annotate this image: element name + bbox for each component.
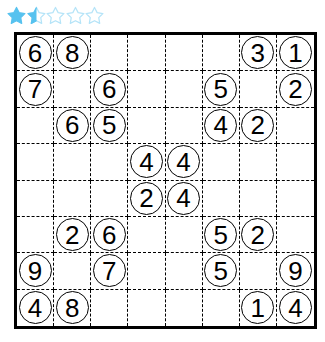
cell-r2c1: 7 — [17, 71, 54, 107]
cell-r1c7: 3 — [240, 35, 277, 71]
cell-r2c2[interactable] — [54, 71, 91, 107]
clue-circle: 4 — [130, 145, 163, 178]
board: 6831765265424424265297594814 — [14, 32, 317, 329]
cell-r3c8[interactable] — [277, 108, 314, 144]
cell-r8c5[interactable] — [166, 290, 203, 326]
cell-r2c6: 5 — [203, 71, 240, 107]
cell-r2c7[interactable] — [240, 71, 277, 107]
cell-r7c8: 9 — [277, 253, 314, 289]
clue-circle: 5 — [204, 218, 237, 251]
clue-circle: 5 — [204, 73, 237, 106]
cell-r1c6[interactable] — [203, 35, 240, 71]
cell-r3c5[interactable] — [166, 108, 203, 144]
difficulty-star-4-empty-icon — [66, 6, 85, 25]
clue-circle: 4 — [167, 182, 200, 215]
cell-r1c2: 8 — [54, 35, 91, 71]
cell-r4c1[interactable] — [17, 144, 54, 180]
cell-r8c4[interactable] — [128, 290, 165, 326]
clue-circle: 6 — [93, 73, 126, 106]
clue-circle: 6 — [56, 109, 89, 142]
cell-r4c5: 4 — [166, 144, 203, 180]
cell-r6c1[interactable] — [17, 217, 54, 253]
clue-circle: 1 — [241, 291, 274, 324]
cell-r6c6: 5 — [203, 217, 240, 253]
clue-circle: 2 — [241, 109, 274, 142]
cell-r2c5[interactable] — [166, 71, 203, 107]
cell-r7c5[interactable] — [166, 253, 203, 289]
cell-r7c7[interactable] — [240, 253, 277, 289]
cell-r6c3: 6 — [91, 217, 128, 253]
cell-r3c2: 6 — [54, 108, 91, 144]
cell-r2c4[interactable] — [128, 71, 165, 107]
clue-circle: 4 — [279, 291, 312, 324]
cell-r7c6: 5 — [203, 253, 240, 289]
cell-r4c2[interactable] — [54, 144, 91, 180]
clue-circle: 8 — [56, 291, 89, 324]
cell-r5c3[interactable] — [91, 181, 128, 217]
cell-r4c7[interactable] — [240, 144, 277, 180]
clue-circle: 4 — [204, 109, 237, 142]
cell-r4c4: 4 — [128, 144, 165, 180]
cell-r1c3[interactable] — [91, 35, 128, 71]
cell-r1c5[interactable] — [166, 35, 203, 71]
cell-r2c8: 2 — [277, 71, 314, 107]
cell-r3c4[interactable] — [128, 108, 165, 144]
clue-circle: 7 — [19, 73, 52, 106]
clue-circle: 9 — [279, 254, 312, 287]
cell-r4c3[interactable] — [91, 144, 128, 180]
clue-circle: 6 — [19, 36, 52, 69]
cell-r7c1: 9 — [17, 253, 54, 289]
cell-r8c8: 4 — [277, 290, 314, 326]
cell-r8c7: 1 — [240, 290, 277, 326]
cell-r5c5: 4 — [166, 181, 203, 217]
clue-circle: 5 — [204, 254, 237, 287]
clue-circle: 2 — [130, 182, 163, 215]
cell-r6c4[interactable] — [128, 217, 165, 253]
cell-r5c1[interactable] — [17, 181, 54, 217]
clue-circle: 7 — [93, 254, 126, 287]
cell-r3c3: 5 — [91, 108, 128, 144]
difficulty-star-2-half-icon — [27, 6, 46, 25]
cell-r1c8: 1 — [277, 35, 314, 71]
cell-r6c8[interactable] — [277, 217, 314, 253]
clue-circle: 6 — [93, 218, 126, 251]
clue-circle: 4 — [19, 291, 52, 324]
clue-circle: 4 — [167, 145, 200, 178]
clue-circle: 9 — [19, 254, 52, 287]
clue-circle: 2 — [279, 73, 312, 106]
cell-r7c2[interactable] — [54, 253, 91, 289]
cell-r3c6: 4 — [203, 108, 240, 144]
cell-r6c5[interactable] — [166, 217, 203, 253]
cell-r5c4: 2 — [128, 181, 165, 217]
cell-r8c1: 4 — [17, 290, 54, 326]
clue-circle: 5 — [93, 109, 126, 142]
cell-r2c3: 6 — [91, 71, 128, 107]
cell-r8c6[interactable] — [203, 290, 240, 326]
clue-circle: 2 — [56, 218, 89, 251]
difficulty-star-5-empty-icon — [85, 6, 104, 25]
cell-r8c3[interactable] — [91, 290, 128, 326]
cell-r3c1[interactable] — [17, 108, 54, 144]
cell-r4c6[interactable] — [203, 144, 240, 180]
cell-r7c4[interactable] — [128, 253, 165, 289]
puzzle-page: 6831765265424424265297594814 — [0, 0, 325, 342]
clue-circle: 2 — [241, 218, 274, 251]
cell-r6c7: 2 — [240, 217, 277, 253]
cell-r1c1: 6 — [17, 35, 54, 71]
cell-r6c2: 2 — [54, 217, 91, 253]
cell-r7c3: 7 — [91, 253, 128, 289]
clue-circle: 8 — [56, 36, 89, 69]
clue-circle: 3 — [241, 36, 274, 69]
difficulty-star-3-empty-icon — [46, 6, 65, 25]
cell-r3c7: 2 — [240, 108, 277, 144]
clue-circle: 1 — [279, 36, 312, 69]
cell-r5c7[interactable] — [240, 181, 277, 217]
cell-r4c8[interactable] — [277, 144, 314, 180]
cell-r1c4[interactable] — [128, 35, 165, 71]
cell-r8c2: 8 — [54, 290, 91, 326]
cell-r5c6[interactable] — [203, 181, 240, 217]
cell-r5c2[interactable] — [54, 181, 91, 217]
difficulty-rating — [7, 6, 104, 25]
difficulty-star-1-full-icon — [7, 6, 26, 25]
cell-r5c8[interactable] — [277, 181, 314, 217]
